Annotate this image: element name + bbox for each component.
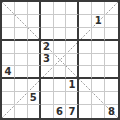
cell-r4c4-given: 2 bbox=[41, 41, 54, 54]
cell-r4c7[interactable] bbox=[79, 41, 92, 54]
cell-r1c8[interactable] bbox=[92, 2, 105, 15]
cell-r5c8[interactable] bbox=[92, 54, 105, 67]
cell-r3c4[interactable] bbox=[41, 28, 54, 41]
cell-r9c9-given: 8 bbox=[105, 105, 118, 118]
cell-r3c8[interactable] bbox=[92, 28, 105, 41]
cell-r7c9[interactable] bbox=[105, 79, 118, 92]
cell-r5c7[interactable] bbox=[79, 54, 92, 67]
cell-r1c4[interactable] bbox=[41, 2, 54, 15]
cell-r4c6[interactable] bbox=[66, 41, 79, 54]
cell-r7c7[interactable] bbox=[79, 79, 92, 92]
cell-r2c9[interactable] bbox=[105, 15, 118, 28]
cell-r5c4-given: 3 bbox=[41, 54, 54, 67]
sudoku-x-board: 123415678 bbox=[0, 0, 120, 120]
cell-r9c4[interactable] bbox=[41, 105, 54, 118]
cell-r3c2[interactable] bbox=[15, 28, 28, 41]
cell-r1c7[interactable] bbox=[79, 2, 92, 15]
cell-r2c2[interactable] bbox=[15, 15, 28, 28]
cell-r5c3[interactable] bbox=[28, 54, 41, 67]
cell-r8c3-given: 5 bbox=[28, 92, 41, 105]
cell-r1c9[interactable] bbox=[105, 2, 118, 15]
cell-r2c4[interactable] bbox=[41, 15, 54, 28]
cell-r6c7[interactable] bbox=[79, 66, 92, 79]
cell-r8c4[interactable] bbox=[41, 92, 54, 105]
cell-r4c3[interactable] bbox=[28, 41, 41, 54]
cell-r2c8-given: 1 bbox=[92, 15, 105, 28]
cell-r6c9[interactable] bbox=[105, 66, 118, 79]
cell-r8c7[interactable] bbox=[79, 92, 92, 105]
cell-r2c1[interactable] bbox=[2, 15, 15, 28]
cell-r9c6-given: 7 bbox=[66, 105, 79, 118]
cell-r2c3[interactable] bbox=[28, 15, 41, 28]
cell-r5c9[interactable] bbox=[105, 54, 118, 67]
cell-r1c2[interactable] bbox=[15, 2, 28, 15]
cell-r7c8[interactable] bbox=[92, 79, 105, 92]
cell-r9c2[interactable] bbox=[15, 105, 28, 118]
cell-r6c2[interactable] bbox=[15, 66, 28, 79]
cell-r8c1[interactable] bbox=[2, 92, 15, 105]
cell-r5c5[interactable] bbox=[54, 54, 67, 67]
cell-r7c4[interactable] bbox=[41, 79, 54, 92]
cell-r9c7[interactable] bbox=[79, 105, 92, 118]
cell-r8c6[interactable] bbox=[66, 92, 79, 105]
cell-r6c6[interactable] bbox=[66, 66, 79, 79]
cell-r3c5[interactable] bbox=[54, 28, 67, 41]
cell-r1c3[interactable] bbox=[28, 2, 41, 15]
cell-r9c5-given: 6 bbox=[54, 105, 67, 118]
cell-r8c9[interactable] bbox=[105, 92, 118, 105]
cell-r9c3[interactable] bbox=[28, 105, 41, 118]
cell-r3c9[interactable] bbox=[105, 28, 118, 41]
cell-r7c5[interactable] bbox=[54, 79, 67, 92]
cell-r8c2[interactable] bbox=[15, 92, 28, 105]
cell-r5c1[interactable] bbox=[2, 54, 15, 67]
cell-r4c1[interactable] bbox=[2, 41, 15, 54]
cell-r9c8[interactable] bbox=[92, 105, 105, 118]
cell-r4c5[interactable] bbox=[54, 41, 67, 54]
cell-r1c1[interactable] bbox=[2, 2, 15, 15]
cell-r3c1[interactable] bbox=[2, 28, 15, 41]
cell-r3c6[interactable] bbox=[66, 28, 79, 41]
cell-r2c5[interactable] bbox=[54, 15, 67, 28]
cell-r1c6[interactable] bbox=[66, 2, 79, 15]
cell-r6c5[interactable] bbox=[54, 66, 67, 79]
cell-r4c2[interactable] bbox=[15, 41, 28, 54]
cell-r5c6[interactable] bbox=[66, 54, 79, 67]
cell-r6c8[interactable] bbox=[92, 66, 105, 79]
cell-r6c3[interactable] bbox=[28, 66, 41, 79]
cell-r2c7[interactable] bbox=[79, 15, 92, 28]
cell-r8c8[interactable] bbox=[92, 92, 105, 105]
cell-r3c3[interactable] bbox=[28, 28, 41, 41]
cell-r8c5[interactable] bbox=[54, 92, 67, 105]
cell-r3c7[interactable] bbox=[79, 28, 92, 41]
grid-cells: 123415678 bbox=[2, 2, 118, 118]
cell-r6c4[interactable] bbox=[41, 66, 54, 79]
cell-r7c6-given: 1 bbox=[66, 79, 79, 92]
cell-r4c8[interactable] bbox=[92, 41, 105, 54]
cell-r2c6[interactable] bbox=[66, 15, 79, 28]
cell-r1c5[interactable] bbox=[54, 2, 67, 15]
cell-r4c9[interactable] bbox=[105, 41, 118, 54]
cell-r7c1[interactable] bbox=[2, 79, 15, 92]
cell-r6c1-given: 4 bbox=[2, 66, 15, 79]
cell-r7c2[interactable] bbox=[15, 79, 28, 92]
cell-r5c2[interactable] bbox=[15, 54, 28, 67]
cell-r9c1[interactable] bbox=[2, 105, 15, 118]
cell-r7c3[interactable] bbox=[28, 79, 41, 92]
